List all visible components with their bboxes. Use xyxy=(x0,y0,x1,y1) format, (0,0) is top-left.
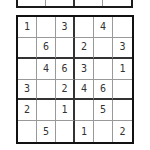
previous-grid-cell xyxy=(75,0,103,6)
sudoku-cell-given[interactable]: 6 xyxy=(94,80,113,101)
sudoku-cell-given[interactable]: 5 xyxy=(37,121,56,142)
previous-grid-cell xyxy=(46,0,74,6)
given-digit: 2 xyxy=(24,105,30,115)
previous-grid-cell xyxy=(18,0,46,6)
sudoku-cell-empty[interactable] xyxy=(56,121,75,142)
sudoku-cell-given[interactable]: 4 xyxy=(75,80,94,101)
sudoku-board: 13462346313246215512 xyxy=(16,15,134,144)
sudoku-cell-empty[interactable] xyxy=(37,80,56,101)
given-digit: 1 xyxy=(81,127,87,137)
given-digit: 6 xyxy=(100,84,106,94)
given-digit: 5 xyxy=(100,105,106,115)
sudoku-cell-given[interactable]: 5 xyxy=(94,100,113,121)
puzzle-page: 13462346313246215512 xyxy=(0,0,150,150)
sudoku-cell-given[interactable]: 2 xyxy=(113,121,132,142)
previous-grid-cell xyxy=(103,0,131,6)
given-digit: 6 xyxy=(43,42,49,52)
sudoku-cell-empty[interactable] xyxy=(37,100,56,121)
given-digit: 3 xyxy=(61,22,67,32)
sudoku-cell-given[interactable]: 1 xyxy=(75,121,94,142)
sudoku-cell-given[interactable]: 6 xyxy=(37,38,56,59)
sudoku-cell-given[interactable]: 3 xyxy=(113,38,132,59)
given-digit: 4 xyxy=(43,64,49,74)
given-digit: 4 xyxy=(100,22,106,32)
sudoku-cell-empty[interactable] xyxy=(37,17,56,38)
given-digit: 2 xyxy=(81,42,87,52)
sudoku-cell-empty[interactable] xyxy=(75,100,94,121)
sudoku-cell-empty[interactable] xyxy=(56,38,75,59)
sudoku-cell-given[interactable]: 3 xyxy=(75,59,94,80)
sudoku-cell-given[interactable]: 2 xyxy=(56,80,75,101)
sudoku-cell-given[interactable]: 4 xyxy=(37,59,56,80)
sudoku-cell-given[interactable]: 3 xyxy=(56,17,75,38)
sudoku-cell-empty[interactable] xyxy=(18,121,37,142)
given-digit: 1 xyxy=(119,64,125,74)
sudoku-cell-given[interactable]: 6 xyxy=(56,59,75,80)
given-digit: 3 xyxy=(119,42,125,52)
sudoku-cell-given[interactable]: 1 xyxy=(18,17,37,38)
sudoku-cell-empty[interactable] xyxy=(113,17,132,38)
given-digit: 6 xyxy=(61,64,67,74)
sudoku-cell-empty[interactable] xyxy=(94,59,113,80)
sudoku-cell-given[interactable]: 1 xyxy=(56,100,75,121)
sudoku-cell-given[interactable]: 2 xyxy=(18,100,37,121)
given-digit: 1 xyxy=(61,105,67,115)
given-digit: 5 xyxy=(43,127,49,137)
given-digit: 3 xyxy=(81,64,87,74)
sudoku-cell-given[interactable]: 1 xyxy=(113,59,132,80)
sudoku-cell-empty[interactable] xyxy=(113,80,132,101)
given-digit: 2 xyxy=(119,127,125,137)
sudoku-cell-empty[interactable] xyxy=(94,38,113,59)
given-digit: 4 xyxy=(81,84,87,94)
given-digit: 2 xyxy=(61,84,67,94)
sudoku-cell-empty[interactable] xyxy=(18,38,37,59)
given-digit: 3 xyxy=(24,84,30,94)
previous-grid-partial xyxy=(16,0,133,8)
sudoku-cell-given[interactable]: 2 xyxy=(75,38,94,59)
sudoku-cell-empty[interactable] xyxy=(75,17,94,38)
sudoku-cell-empty[interactable] xyxy=(18,59,37,80)
sudoku-cell-empty[interactable] xyxy=(94,121,113,142)
sudoku-cell-given[interactable]: 3 xyxy=(18,80,37,101)
given-digit: 1 xyxy=(24,22,30,32)
sudoku-cell-given[interactable]: 4 xyxy=(94,17,113,38)
sudoku-cell-empty[interactable] xyxy=(113,100,132,121)
